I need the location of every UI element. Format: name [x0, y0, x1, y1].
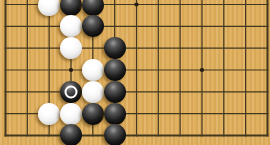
intersection[interactable] [235, 81, 257, 103]
black-stone [82, 0, 104, 16]
white-stone [60, 37, 82, 59]
intersection[interactable] [0, 15, 16, 37]
intersection[interactable] [169, 15, 191, 37]
intersection[interactable] [213, 59, 235, 81]
intersection[interactable] [16, 81, 38, 103]
intersection[interactable] [213, 0, 235, 15]
intersection[interactable] [147, 15, 169, 37]
intersection[interactable] [257, 59, 270, 81]
intersection[interactable] [191, 37, 213, 59]
intersection[interactable] [16, 125, 38, 145]
intersection[interactable] [82, 0, 104, 15]
intersection[interactable] [0, 103, 16, 125]
intersection[interactable] [38, 0, 60, 15]
black-stone [104, 103, 126, 125]
intersection[interactable] [60, 37, 82, 59]
intersection[interactable] [38, 15, 60, 37]
intersection[interactable] [104, 15, 126, 37]
intersection[interactable] [213, 125, 235, 145]
intersection[interactable] [104, 37, 126, 59]
intersection[interactable] [126, 0, 148, 15]
intersection[interactable] [235, 15, 257, 37]
intersection[interactable] [191, 103, 213, 125]
intersection[interactable] [235, 37, 257, 59]
intersection[interactable] [60, 0, 82, 15]
intersection[interactable] [147, 37, 169, 59]
intersection[interactable] [169, 59, 191, 81]
intersection[interactable] [16, 103, 38, 125]
intersection[interactable] [191, 15, 213, 37]
intersection[interactable] [60, 103, 82, 125]
intersection[interactable] [147, 125, 169, 145]
intersection[interactable] [60, 81, 82, 103]
intersection[interactable] [126, 59, 148, 81]
intersection[interactable] [16, 37, 38, 59]
intersection[interactable] [38, 81, 60, 103]
intersection[interactable] [235, 103, 257, 125]
intersection[interactable] [213, 37, 235, 59]
intersection[interactable] [147, 81, 169, 103]
intersection[interactable] [126, 37, 148, 59]
white-stone [82, 59, 104, 81]
intersection[interactable] [169, 37, 191, 59]
black-stone [60, 0, 82, 16]
intersection[interactable] [126, 103, 148, 125]
black-stone [104, 124, 126, 145]
intersection[interactable] [126, 15, 148, 37]
intersection[interactable] [191, 125, 213, 145]
intersection[interactable] [147, 0, 169, 15]
black-stone [60, 81, 82, 103]
black-stone [82, 15, 104, 37]
black-stone [104, 81, 126, 103]
intersection[interactable] [169, 81, 191, 103]
intersection[interactable] [38, 103, 60, 125]
go-board [0, 0, 270, 145]
black-stone [104, 59, 126, 81]
intersection[interactable] [257, 15, 270, 37]
intersection[interactable] [235, 0, 257, 15]
white-stone [60, 103, 82, 125]
intersection[interactable] [104, 103, 126, 125]
intersection[interactable] [191, 0, 213, 15]
intersection[interactable] [257, 37, 270, 59]
intersection[interactable] [104, 0, 126, 15]
intersection[interactable] [82, 103, 104, 125]
black-stone [60, 124, 82, 145]
white-stone [60, 15, 82, 37]
intersection[interactable] [0, 0, 16, 15]
intersection[interactable] [104, 125, 126, 145]
black-stone [82, 103, 104, 125]
white-stone [38, 103, 60, 125]
intersection[interactable] [82, 59, 104, 81]
intersection[interactable] [38, 125, 60, 145]
intersection[interactable] [16, 15, 38, 37]
intersection[interactable] [0, 125, 16, 145]
intersection[interactable] [16, 0, 38, 15]
intersection[interactable] [60, 125, 82, 145]
intersection[interactable] [0, 59, 16, 81]
intersection[interactable] [82, 37, 104, 59]
intersection[interactable] [60, 15, 82, 37]
intersection[interactable] [60, 59, 82, 81]
intersection[interactable] [213, 103, 235, 125]
intersection[interactable] [0, 81, 16, 103]
intersection[interactable] [38, 59, 60, 81]
intersection[interactable] [257, 103, 270, 125]
intersection[interactable] [169, 103, 191, 125]
intersection[interactable] [213, 81, 235, 103]
intersection[interactable] [147, 59, 169, 81]
intersection[interactable] [213, 15, 235, 37]
intersection[interactable] [235, 125, 257, 145]
intersection[interactable] [169, 125, 191, 145]
white-stone [82, 81, 104, 103]
intersection[interactable] [257, 0, 270, 15]
intersection[interactable] [191, 59, 213, 81]
intersection[interactable] [16, 59, 38, 81]
intersection[interactable] [82, 81, 104, 103]
intersection[interactable] [126, 125, 148, 145]
intersection[interactable] [104, 81, 126, 103]
intersection[interactable] [82, 15, 104, 37]
last-move-marker [65, 85, 78, 98]
intersection[interactable] [0, 37, 16, 59]
black-stone [104, 37, 126, 59]
intersection[interactable] [82, 125, 104, 145]
intersection[interactable] [147, 103, 169, 125]
intersection[interactable] [235, 59, 257, 81]
intersection[interactable] [169, 0, 191, 15]
go-board-grid [0, 0, 270, 145]
intersection[interactable] [257, 125, 270, 145]
intersection[interactable] [191, 81, 213, 103]
intersection[interactable] [126, 81, 148, 103]
intersection[interactable] [257, 81, 270, 103]
intersection[interactable] [104, 59, 126, 81]
white-stone [38, 0, 60, 16]
intersection[interactable] [38, 37, 60, 59]
